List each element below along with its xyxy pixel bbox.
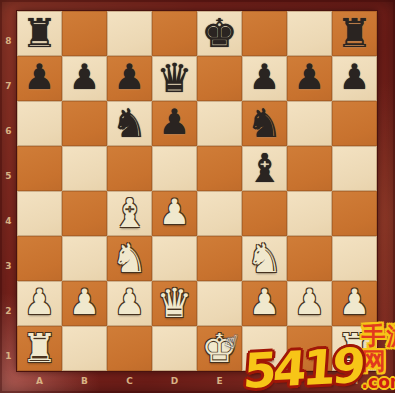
square-e2[interactable]	[197, 281, 242, 326]
rank-label-3: 3	[0, 236, 17, 281]
piece-black-pawn[interactable]: ♟	[159, 105, 190, 140]
square-d7[interactable]: ♛	[152, 56, 197, 101]
square-d5[interactable]	[152, 146, 197, 191]
square-g5[interactable]	[287, 146, 332, 191]
square-c7[interactable]: ♟	[107, 56, 152, 101]
square-a6[interactable]	[17, 101, 62, 146]
square-f3[interactable]: ♞	[242, 236, 287, 281]
square-d3[interactable]	[152, 236, 197, 281]
piece-white-pawn[interactable]: ♟	[339, 285, 370, 320]
square-a7[interactable]: ♟	[17, 56, 62, 101]
piece-black-pawn[interactable]: ♟	[249, 60, 280, 95]
piece-black-knight[interactable]: ♞	[112, 103, 148, 143]
square-a5[interactable]	[17, 146, 62, 191]
rank-label-4: 4	[0, 191, 17, 236]
rank-label-2: 2	[0, 281, 17, 326]
chess-game-screenshot: ♜♚♜♟♟♟♛♟♟♟♞♟♞♝♝♟♞♞♟♟♟♛♟♟♟♜♚♜ 87654321 AB…	[0, 0, 395, 393]
piece-black-pawn[interactable]: ♟	[114, 60, 145, 95]
square-f4[interactable]	[242, 191, 287, 236]
square-f8[interactable]	[242, 11, 287, 56]
piece-black-pawn[interactable]: ♟	[24, 60, 55, 95]
square-g3[interactable]	[287, 236, 332, 281]
piece-white-rook[interactable]: ♜	[22, 328, 58, 368]
piece-black-queen[interactable]: ♛	[157, 58, 193, 98]
square-c4[interactable]: ♝	[107, 191, 152, 236]
square-f2[interactable]: ♟	[242, 281, 287, 326]
square-d6[interactable]: ♟	[152, 101, 197, 146]
square-b7[interactable]: ♟	[62, 56, 107, 101]
file-label-e: E	[197, 373, 242, 393]
square-h6[interactable]	[332, 101, 377, 146]
square-g2[interactable]: ♟	[287, 281, 332, 326]
square-a4[interactable]	[17, 191, 62, 236]
piece-black-bishop[interactable]: ♝	[247, 148, 283, 188]
square-e5[interactable]	[197, 146, 242, 191]
watermark-brand: 5419	[242, 343, 363, 393]
rank-label-7: 7	[0, 56, 17, 101]
square-b2[interactable]: ♟	[62, 281, 107, 326]
piece-black-knight[interactable]: ♞	[247, 103, 283, 143]
square-b4[interactable]	[62, 191, 107, 236]
piece-black-rook[interactable]: ♜	[337, 13, 373, 53]
piece-white-pawn[interactable]: ♟	[114, 285, 145, 320]
file-label-c: C	[107, 373, 152, 393]
square-h5[interactable]	[332, 146, 377, 191]
square-h8[interactable]: ♜	[332, 11, 377, 56]
rank-label-5: 5	[0, 146, 17, 191]
square-b3[interactable]	[62, 236, 107, 281]
square-d1[interactable]	[152, 326, 197, 371]
square-g8[interactable]	[287, 11, 332, 56]
rank-coordinates: 87654321	[0, 11, 17, 371]
watermark-site-name: 手游网	[362, 324, 395, 374]
square-d2[interactable]: ♛	[152, 281, 197, 326]
square-d8[interactable]	[152, 11, 197, 56]
piece-white-pawn[interactable]: ♟	[24, 285, 55, 320]
piece-white-pawn[interactable]: ♟	[249, 285, 280, 320]
square-b5[interactable]	[62, 146, 107, 191]
square-c8[interactable]	[107, 11, 152, 56]
square-e8[interactable]: ♚	[197, 11, 242, 56]
piece-black-king[interactable]: ♚	[202, 13, 238, 53]
square-d4[interactable]: ♟	[152, 191, 197, 236]
square-h7[interactable]: ♟	[332, 56, 377, 101]
square-e3[interactable]	[197, 236, 242, 281]
piece-white-knight[interactable]: ♞	[112, 238, 148, 278]
square-e7[interactable]	[197, 56, 242, 101]
square-c6[interactable]: ♞	[107, 101, 152, 146]
piece-black-pawn[interactable]: ♟	[69, 60, 100, 95]
square-a3[interactable]	[17, 236, 62, 281]
piece-white-knight[interactable]: ♞	[247, 238, 283, 278]
square-c2[interactable]: ♟	[107, 281, 152, 326]
square-a2[interactable]: ♟	[17, 281, 62, 326]
piece-white-pawn[interactable]: ♟	[69, 285, 100, 320]
square-c1[interactable]	[107, 326, 152, 371]
square-f7[interactable]: ♟	[242, 56, 287, 101]
rank-label-8: 8	[0, 11, 17, 56]
square-g4[interactable]	[287, 191, 332, 236]
piece-white-bishop[interactable]: ♝	[112, 193, 148, 233]
chess-board: ♜♚♜♟♟♟♛♟♟♟♞♟♞♝♝♟♞♞♟♟♟♛♟♟♟♜♚♜	[17, 11, 377, 371]
square-b6[interactable]	[62, 101, 107, 146]
square-f5[interactable]: ♝	[242, 146, 287, 191]
piece-black-pawn[interactable]: ♟	[294, 60, 325, 95]
file-label-d: D	[152, 373, 197, 393]
square-c3[interactable]: ♞	[107, 236, 152, 281]
square-g7[interactable]: ♟	[287, 56, 332, 101]
square-e6[interactable]	[197, 101, 242, 146]
square-h4[interactable]	[332, 191, 377, 236]
piece-white-queen[interactable]: ♛	[157, 283, 193, 323]
square-b8[interactable]	[62, 11, 107, 56]
square-f6[interactable]: ♞	[242, 101, 287, 146]
file-label-b: B	[62, 373, 107, 393]
square-b1[interactable]	[62, 326, 107, 371]
piece-white-pawn[interactable]: ♟	[159, 195, 190, 230]
square-h3[interactable]	[332, 236, 377, 281]
rank-label-6: 6	[0, 101, 17, 146]
square-a1[interactable]: ♜	[17, 326, 62, 371]
rank-label-1: 1	[0, 326, 17, 371]
square-e4[interactable]	[197, 191, 242, 236]
square-g6[interactable]	[287, 101, 332, 146]
piece-black-pawn[interactable]: ♟	[339, 60, 370, 95]
square-c5[interactable]	[107, 146, 152, 191]
square-h2[interactable]: ♟	[332, 281, 377, 326]
piece-white-pawn[interactable]: ♟	[294, 285, 325, 320]
piece-black-rook[interactable]: ♜	[22, 13, 58, 53]
square-a8[interactable]: ♜	[17, 11, 62, 56]
watermark: 5419 手游网 .com.cn	[242, 333, 395, 393]
file-label-a: A	[17, 373, 62, 393]
watermark-domain: .com.cn	[362, 374, 395, 391]
